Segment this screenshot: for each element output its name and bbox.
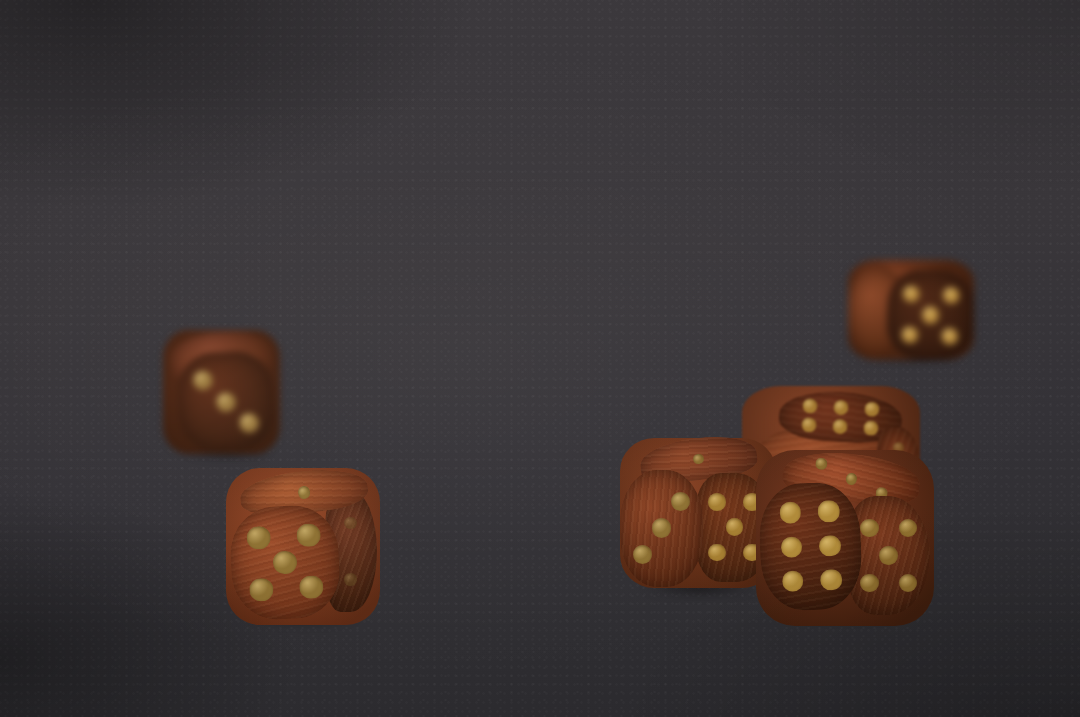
die-f-front-face	[757, 482, 863, 612]
die-b-right-pip	[344, 573, 357, 586]
die-b-front-pip	[298, 574, 323, 599]
die-f-right-pip	[899, 519, 917, 537]
die-c	[848, 260, 974, 360]
die-b-front-pip	[249, 577, 274, 602]
die-b-front-face	[228, 503, 342, 622]
die-a-front-face	[176, 350, 277, 454]
die-d-right-pip	[708, 544, 726, 562]
die-a-front-pip	[192, 370, 213, 391]
die-d-top-pip	[693, 453, 705, 465]
die-f-top-pip	[815, 457, 828, 470]
die-d-left-pip	[633, 545, 652, 564]
die-f-front-pip	[817, 501, 839, 523]
die-f	[756, 450, 934, 626]
die-c-front-pip	[901, 326, 919, 344]
die-f-right-pip	[860, 574, 878, 592]
die-c-front-face	[886, 269, 976, 362]
die-f-right-pip	[860, 519, 878, 537]
die-a	[163, 330, 280, 454]
die-e-top-pip	[864, 401, 880, 417]
die-f-front-pip	[780, 536, 802, 558]
die-b-front-pip	[272, 550, 297, 575]
die-f-right-pip	[899, 574, 917, 592]
die-e-top-pip	[833, 400, 849, 416]
die-d-right-pip	[708, 493, 726, 511]
die-e-top-pip	[803, 398, 819, 414]
die-e-top-pip	[863, 420, 879, 436]
photo-stage	[0, 0, 1080, 717]
die-b-right-pip	[344, 517, 357, 530]
die-c-front-pip	[941, 327, 959, 345]
die-c-front-pip	[902, 285, 920, 303]
die-d-left-face	[620, 470, 703, 587]
die-d-right-pip	[726, 518, 744, 536]
die-b-front-pip	[295, 522, 320, 547]
die-f-front-pip	[781, 571, 803, 593]
die-f-front-pip	[779, 502, 801, 524]
die-f-front-pip	[819, 535, 841, 557]
die-a-front-pip	[216, 391, 237, 412]
die-f-top-pip	[845, 472, 858, 485]
die-b-top-pip	[297, 485, 311, 499]
die-f-right-pip	[879, 546, 897, 564]
die-f-front-pip	[820, 569, 842, 591]
die-b-front-pip	[246, 525, 271, 550]
die-d-left-pip	[652, 518, 671, 537]
die-e-top-pip	[832, 419, 848, 435]
die-a-front-pip	[239, 413, 260, 434]
die-b	[226, 468, 380, 625]
die-c-front-pip	[922, 306, 940, 324]
die-d-left-pip	[671, 492, 690, 511]
die-c-front-pip	[942, 286, 960, 304]
die-e-top-pip	[802, 417, 818, 433]
die-d	[620, 438, 776, 588]
